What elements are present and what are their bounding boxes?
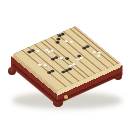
white-stone	[35, 49, 41, 52]
drawer-knob-icon	[64, 95, 68, 99]
star-point	[99, 61, 101, 62]
star-point	[52, 47, 54, 48]
go-board-photo	[0, 0, 140, 140]
black-stone	[84, 45, 90, 48]
star-point	[60, 78, 62, 79]
star-point	[85, 49, 87, 50]
black-stone	[54, 41, 60, 44]
white-stone	[96, 54, 102, 57]
white-stone	[68, 40, 74, 43]
black-stone	[64, 57, 70, 60]
star-point	[46, 67, 48, 68]
star-point	[79, 69, 81, 70]
star-point	[71, 38, 73, 39]
black-stone	[59, 32, 65, 35]
star-point	[33, 55, 35, 56]
white-stone	[71, 63, 77, 66]
black-stone	[67, 67, 73, 70]
white-stone	[49, 49, 55, 52]
black-stone	[49, 69, 55, 72]
white-stone	[78, 56, 84, 59]
